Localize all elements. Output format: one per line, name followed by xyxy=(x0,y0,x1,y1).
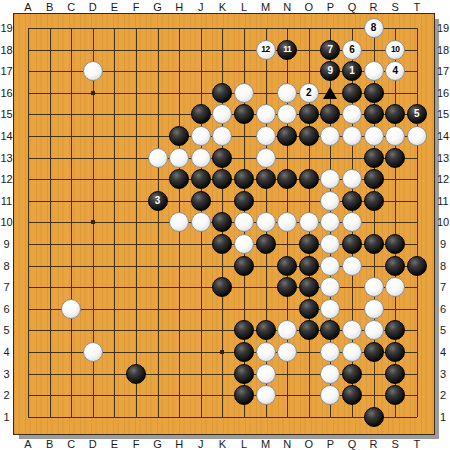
row-label-right: 18 xyxy=(437,44,449,55)
black-stone-Q16[interactable] xyxy=(342,83,362,103)
white-stone-K14[interactable] xyxy=(212,126,232,146)
black-stone-S15[interactable] xyxy=(385,104,405,124)
move-number: 3 xyxy=(155,196,161,206)
black-stone-M12[interactable] xyxy=(256,169,276,189)
move-number: 10 xyxy=(391,45,399,54)
move-number: 8 xyxy=(371,23,377,33)
white-stone-J13[interactable] xyxy=(191,148,211,168)
column-label-top: N xyxy=(283,1,291,12)
white-stone-P7[interactable] xyxy=(320,277,340,297)
white-stone-S17[interactable]: 4 xyxy=(385,61,405,81)
column-label-bottom: F xyxy=(133,439,140,450)
black-stone-S2[interactable] xyxy=(385,385,405,405)
black-stone-O15[interactable] xyxy=(299,104,319,124)
column-label-top: L xyxy=(241,1,247,12)
white-stone-R14[interactable] xyxy=(364,126,384,146)
column-label-bottom: N xyxy=(283,439,291,450)
white-stone-N10[interactable] xyxy=(277,212,297,232)
black-stone-Q2[interactable] xyxy=(342,385,362,405)
black-stone-L5[interactable] xyxy=(234,320,254,340)
white-stone-P12[interactable] xyxy=(320,169,340,189)
column-label-top: S xyxy=(392,1,399,12)
white-stone-J10[interactable] xyxy=(191,212,211,232)
white-stone-N4[interactable] xyxy=(277,342,297,362)
row-label-right: 2 xyxy=(440,390,446,401)
black-stone-S13[interactable] xyxy=(385,148,405,168)
black-stone-L15[interactable] xyxy=(234,104,254,124)
row-label-left: 13 xyxy=(0,152,12,163)
black-stone-K13[interactable] xyxy=(212,148,232,168)
black-stone-F3[interactable] xyxy=(126,364,146,384)
row-label-right: 11 xyxy=(437,195,448,206)
row-label-right: 12 xyxy=(437,174,449,185)
black-stone-O14[interactable] xyxy=(299,126,319,146)
white-stone-M14[interactable] xyxy=(256,126,276,146)
column-label-top: B xyxy=(46,1,53,12)
white-stone-P10[interactable] xyxy=(320,212,340,232)
column-label-top: D xyxy=(89,1,97,12)
row-label-right: 3 xyxy=(440,368,446,379)
row-label-left: 11 xyxy=(1,195,12,206)
row-label-right: 7 xyxy=(440,282,446,293)
black-stone-M5[interactable] xyxy=(256,320,276,340)
row-label-left: 16 xyxy=(0,87,12,98)
column-label-top: R xyxy=(370,1,378,12)
white-stone-R19[interactable]: 8 xyxy=(364,18,384,38)
black-stone-H12[interactable] xyxy=(169,169,189,189)
white-stone-P9[interactable] xyxy=(320,234,340,254)
row-label-right: 5 xyxy=(440,325,446,336)
white-stone-G13[interactable] xyxy=(148,148,168,168)
black-stone-R4[interactable] xyxy=(364,342,384,362)
white-stone-R6[interactable] xyxy=(364,299,384,319)
white-stone-M3[interactable] xyxy=(256,364,276,384)
black-stone-S5[interactable] xyxy=(385,320,405,340)
black-stone-R16[interactable] xyxy=(364,83,384,103)
white-stone-N5[interactable] xyxy=(277,320,297,340)
black-stone-P17[interactable]: 9 xyxy=(320,61,340,81)
black-stone-Q3[interactable] xyxy=(342,364,362,384)
move-number: 6 xyxy=(349,45,355,55)
column-label-top: C xyxy=(67,1,75,12)
column-label-bottom: R xyxy=(370,439,378,450)
black-stone-J11[interactable] xyxy=(191,191,211,211)
white-stone-Q5[interactable] xyxy=(342,320,362,340)
black-stone-N14[interactable] xyxy=(277,126,297,146)
goban[interactable]: 117915381261042 xyxy=(14,14,434,434)
row-label-left: 10 xyxy=(0,217,12,228)
row-label-left: 8 xyxy=(3,260,9,271)
white-stone-M13[interactable] xyxy=(256,148,276,168)
row-label-left: 19 xyxy=(0,23,12,34)
row-label-left: 2 xyxy=(3,390,9,401)
white-stone-Q15[interactable] xyxy=(342,104,362,124)
column-label-bottom: T xyxy=(413,439,420,450)
black-stone-L11[interactable] xyxy=(234,191,254,211)
row-label-right: 19 xyxy=(437,23,449,34)
white-stone-M10[interactable] xyxy=(256,212,276,232)
column-label-bottom: D xyxy=(89,439,97,450)
white-stone-L9[interactable] xyxy=(234,234,254,254)
black-stone-T8[interactable] xyxy=(407,256,427,276)
white-stone-Q18[interactable]: 6 xyxy=(342,40,362,60)
row-label-left: 5 xyxy=(3,325,9,336)
row-label-right: 15 xyxy=(437,109,449,120)
star-point xyxy=(91,91,95,95)
white-stone-H13[interactable] xyxy=(169,148,189,168)
white-stone-S7[interactable] xyxy=(385,277,405,297)
white-stone-M18[interactable]: 12 xyxy=(256,40,276,60)
move-number: 2 xyxy=(306,88,312,98)
black-stone-Q11[interactable] xyxy=(342,191,362,211)
black-stone-M9[interactable] xyxy=(256,234,276,254)
column-label-top: T xyxy=(413,1,420,12)
row-label-left: 14 xyxy=(0,131,12,142)
column-label-top: P xyxy=(327,1,334,12)
column-label-bottom: M xyxy=(261,439,270,450)
black-stone-O12[interactable] xyxy=(299,169,319,189)
white-stone-R5[interactable] xyxy=(364,320,384,340)
white-stone-S18[interactable]: 10 xyxy=(385,40,405,60)
black-stone-O5[interactable] xyxy=(299,320,319,340)
black-stone-N8[interactable] xyxy=(277,256,297,276)
column-label-top: A xyxy=(24,1,31,12)
black-stone-R12[interactable] xyxy=(364,169,384,189)
move-number: 4 xyxy=(392,66,398,76)
white-stone-M4[interactable] xyxy=(256,342,276,362)
column-label-bottom: A xyxy=(24,439,31,450)
white-stone-S14[interactable] xyxy=(385,126,405,146)
black-stone-L12[interactable] xyxy=(234,169,254,189)
white-stone-T14[interactable] xyxy=(407,126,427,146)
white-stone-H10[interactable] xyxy=(169,212,189,232)
white-stone-N16[interactable] xyxy=(277,83,297,103)
black-stone-L8[interactable] xyxy=(234,256,254,276)
black-stone-L4[interactable] xyxy=(234,342,254,362)
black-stone-R13[interactable] xyxy=(364,148,384,168)
grid-line-horizontal xyxy=(28,417,417,418)
triangle-marker xyxy=(323,87,337,99)
white-stone-D17[interactable] xyxy=(83,61,103,81)
white-stone-P8[interactable] xyxy=(320,256,340,276)
white-stone-N15[interactable] xyxy=(277,104,297,124)
column-label-top: Q xyxy=(348,1,357,12)
column-label-bottom: K xyxy=(219,439,226,450)
white-stone-D4[interactable] xyxy=(83,342,103,362)
column-label-top: K xyxy=(219,1,226,12)
move-number: 12 xyxy=(261,45,269,54)
black-stone-R1[interactable] xyxy=(364,407,384,427)
column-label-top: G xyxy=(153,1,162,12)
column-label-bottom: B xyxy=(46,439,53,450)
row-label-right: 6 xyxy=(440,303,446,314)
black-stone-Q9[interactable] xyxy=(342,234,362,254)
black-stone-S4[interactable] xyxy=(385,342,405,362)
row-label-left: 7 xyxy=(3,282,9,293)
white-stone-P2[interactable] xyxy=(320,385,340,405)
white-stone-Q8[interactable] xyxy=(342,256,362,276)
black-stone-P5[interactable] xyxy=(320,320,340,340)
black-stone-K16[interactable] xyxy=(212,83,232,103)
row-label-right: 4 xyxy=(440,347,446,358)
black-stone-R11[interactable] xyxy=(364,191,384,211)
row-label-left: 9 xyxy=(3,239,9,250)
black-stone-T15[interactable]: 5 xyxy=(407,104,427,124)
white-stone-R7[interactable] xyxy=(364,277,384,297)
white-stone-R17[interactable] xyxy=(364,61,384,81)
row-label-right: 17 xyxy=(437,66,449,77)
column-label-bottom: H xyxy=(175,439,183,450)
row-label-left: 17 xyxy=(0,66,12,77)
black-stone-J12[interactable] xyxy=(191,169,211,189)
white-stone-L16[interactable] xyxy=(234,83,254,103)
white-stone-Q12[interactable] xyxy=(342,169,362,189)
black-stone-Q17[interactable]: 1 xyxy=(342,61,362,81)
white-stone-M2[interactable] xyxy=(256,385,276,405)
white-stone-O16[interactable]: 2 xyxy=(299,83,319,103)
black-stone-P18[interactable]: 7 xyxy=(320,40,340,60)
black-stone-L3[interactable] xyxy=(234,364,254,384)
white-stone-P4[interactable] xyxy=(320,342,340,362)
black-stone-S9[interactable] xyxy=(385,234,405,254)
column-label-top: J xyxy=(198,1,204,12)
star-point xyxy=(220,350,224,354)
black-stone-N12[interactable] xyxy=(277,169,297,189)
column-label-bottom: O xyxy=(305,439,314,450)
row-label-right: 1 xyxy=(440,411,446,422)
go-board-diagram: 117915381261042 AABBCCDDEEFFGGHHJJKKLLMM… xyxy=(0,0,450,450)
black-stone-O7[interactable] xyxy=(299,277,319,297)
grid-line-horizontal xyxy=(28,309,417,310)
white-stone-M15[interactable] xyxy=(256,104,276,124)
white-stone-P6[interactable] xyxy=(320,299,340,319)
row-label-right: 10 xyxy=(437,217,449,228)
row-label-left: 15 xyxy=(0,109,12,120)
white-stone-C6[interactable] xyxy=(61,299,81,319)
star-point xyxy=(91,220,95,224)
white-stone-P3[interactable] xyxy=(320,364,340,384)
black-stone-O6[interactable] xyxy=(299,299,319,319)
white-stone-K15[interactable] xyxy=(212,104,232,124)
black-stone-K9[interactable] xyxy=(212,234,232,254)
white-stone-Q14[interactable] xyxy=(342,126,362,146)
row-label-left: 12 xyxy=(0,174,12,185)
black-stone-N18[interactable]: 11 xyxy=(277,40,297,60)
column-label-bottom: L xyxy=(241,439,247,450)
black-stone-S3[interactable] xyxy=(385,364,405,384)
column-label-top: O xyxy=(305,1,314,12)
row-label-left: 1 xyxy=(3,411,9,422)
black-stone-N7[interactable] xyxy=(277,277,297,297)
column-label-top: F xyxy=(133,1,140,12)
black-stone-S8[interactable] xyxy=(385,256,405,276)
black-stone-R15[interactable] xyxy=(364,104,384,124)
row-label-right: 13 xyxy=(437,152,449,163)
black-stone-G11[interactable]: 3 xyxy=(148,191,168,211)
row-label-left: 3 xyxy=(3,368,9,379)
column-label-top: H xyxy=(175,1,183,12)
row-label-right: 8 xyxy=(440,260,446,271)
move-number: 9 xyxy=(328,66,334,76)
row-label-left: 6 xyxy=(3,303,9,314)
column-label-bottom: C xyxy=(67,439,75,450)
grid-line-vertical xyxy=(417,28,418,417)
column-label-top: E xyxy=(111,1,118,12)
row-label-left: 4 xyxy=(3,347,9,358)
column-label-bottom: E xyxy=(111,439,118,450)
column-label-bottom: S xyxy=(392,439,399,450)
row-label-right: 16 xyxy=(437,87,449,98)
white-stone-O10[interactable] xyxy=(299,212,319,232)
black-stone-O9[interactable] xyxy=(299,234,319,254)
column-label-bottom: G xyxy=(153,439,162,450)
white-stone-L10[interactable] xyxy=(234,212,254,232)
move-number: 7 xyxy=(328,45,334,55)
column-label-bottom: J xyxy=(198,439,204,450)
black-stone-K12[interactable] xyxy=(212,169,232,189)
black-stone-P15[interactable] xyxy=(320,104,340,124)
black-stone-J15[interactable] xyxy=(191,104,211,124)
column-label-bottom: Q xyxy=(348,439,357,450)
row-label-right: 9 xyxy=(440,239,446,250)
black-stone-O8[interactable] xyxy=(299,256,319,276)
white-stone-P14[interactable] xyxy=(320,126,340,146)
white-stone-Q10[interactable] xyxy=(342,212,362,232)
column-label-top: M xyxy=(261,1,270,12)
white-stone-J14[interactable] xyxy=(191,126,211,146)
black-stone-R9[interactable] xyxy=(364,234,384,254)
move-number: 5 xyxy=(414,109,420,119)
move-number: 1 xyxy=(349,66,355,76)
white-stone-P11[interactable] xyxy=(320,191,340,211)
row-label-right: 14 xyxy=(437,131,449,142)
move-number: 11 xyxy=(283,45,291,54)
column-label-bottom: P xyxy=(327,439,334,450)
black-stone-K10[interactable] xyxy=(212,212,232,232)
black-stone-H14[interactable] xyxy=(169,126,189,146)
black-stone-L2[interactable] xyxy=(234,385,254,405)
white-stone-Q4[interactable] xyxy=(342,342,362,362)
black-stone-K7[interactable] xyxy=(212,277,232,297)
row-label-left: 18 xyxy=(0,44,12,55)
